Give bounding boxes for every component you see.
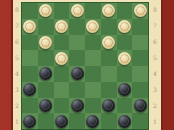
black-piece-g1[interactable] — [118, 115, 131, 128]
black-piece-g3[interactable] — [118, 83, 131, 96]
square-h6[interactable] — [132, 35, 148, 51]
rank-label: 1 — [13, 114, 21, 130]
black-piece-a1[interactable] — [23, 115, 36, 128]
square-e4[interactable] — [85, 66, 101, 82]
square-e8[interactable] — [85, 3, 101, 19]
square-e6[interactable] — [85, 35, 101, 51]
square-a8[interactable] — [22, 3, 38, 19]
square-b1[interactable] — [38, 113, 54, 129]
rank-label: 3 — [13, 82, 21, 98]
black-piece-c1[interactable] — [55, 115, 68, 128]
white-piece-c7[interactable] — [55, 20, 68, 33]
square-c7[interactable] — [54, 19, 70, 35]
rank-label: 8 — [13, 2, 21, 18]
square-a7[interactable] — [22, 19, 38, 35]
square-g5[interactable] — [117, 50, 133, 66]
checkers-board[interactable] — [21, 2, 149, 130]
square-c1[interactable] — [54, 113, 70, 129]
square-h7[interactable] — [132, 19, 148, 35]
board-frame: 87654321 87654321 — [13, 0, 161, 130]
square-h3[interactable] — [132, 82, 148, 98]
square-d2[interactable] — [69, 98, 85, 114]
square-f3[interactable] — [101, 82, 117, 98]
rank-labels-right: 87654321 — [150, 2, 160, 130]
rank-label: 7 — [150, 18, 160, 34]
square-b5[interactable] — [38, 50, 54, 66]
square-b7[interactable] — [38, 19, 54, 35]
square-e5[interactable] — [85, 50, 101, 66]
square-a4[interactable] — [22, 66, 38, 82]
square-e7[interactable] — [85, 19, 101, 35]
square-a3[interactable] — [22, 82, 38, 98]
square-g1[interactable] — [117, 113, 133, 129]
black-piece-d4[interactable] — [71, 67, 84, 80]
square-g3[interactable] — [117, 82, 133, 98]
square-d5[interactable] — [69, 50, 85, 66]
square-g6[interactable] — [117, 35, 133, 51]
square-e2[interactable] — [85, 98, 101, 114]
white-piece-g7[interactable] — [118, 20, 131, 33]
square-b3[interactable] — [38, 82, 54, 98]
square-f5[interactable] — [101, 50, 117, 66]
rank-label: 8 — [150, 2, 160, 18]
square-b6[interactable] — [38, 35, 54, 51]
square-h8[interactable] — [132, 3, 148, 19]
rank-label: 7 — [13, 18, 21, 34]
square-a2[interactable] — [22, 98, 38, 114]
black-piece-e1[interactable] — [86, 115, 99, 128]
rank-label: 5 — [13, 50, 21, 66]
black-piece-f2[interactable] — [102, 99, 115, 112]
square-d3[interactable] — [69, 82, 85, 98]
black-piece-b2[interactable] — [39, 99, 52, 112]
square-f7[interactable] — [101, 19, 117, 35]
rank-labels-left: 87654321 — [13, 2, 21, 130]
square-h4[interactable] — [132, 66, 148, 82]
black-piece-h2[interactable] — [134, 99, 147, 112]
rank-label: 5 — [150, 50, 160, 66]
square-b2[interactable] — [38, 98, 54, 114]
square-h1[interactable] — [132, 113, 148, 129]
rank-label: 6 — [13, 34, 21, 50]
rank-label: 3 — [150, 82, 160, 98]
square-b8[interactable] — [38, 3, 54, 19]
black-piece-a3[interactable] — [23, 83, 36, 96]
square-c6[interactable] — [54, 35, 70, 51]
square-e1[interactable] — [85, 113, 101, 129]
square-c3[interactable] — [54, 82, 70, 98]
square-d8[interactable] — [69, 3, 85, 19]
square-d7[interactable] — [69, 19, 85, 35]
square-c8[interactable] — [54, 3, 70, 19]
white-piece-f6[interactable] — [102, 36, 115, 49]
square-a5[interactable] — [22, 50, 38, 66]
rank-label: 2 — [13, 98, 21, 114]
white-piece-b6[interactable] — [39, 36, 52, 49]
black-piece-b4[interactable] — [39, 67, 52, 80]
square-g4[interactable] — [117, 66, 133, 82]
square-f6[interactable] — [101, 35, 117, 51]
square-d1[interactable] — [69, 113, 85, 129]
rank-label: 1 — [150, 114, 160, 130]
square-f4[interactable] — [101, 66, 117, 82]
rank-label: 2 — [150, 98, 160, 114]
table-background: 87654321 87654321 — [0, 0, 174, 130]
white-piece-b8[interactable] — [39, 4, 52, 17]
rank-label: 6 — [150, 34, 160, 50]
white-piece-h8[interactable] — [134, 4, 147, 17]
square-f2[interactable] — [101, 98, 117, 114]
square-f1[interactable] — [101, 113, 117, 129]
square-c2[interactable] — [54, 98, 70, 114]
square-d6[interactable] — [69, 35, 85, 51]
black-piece-d2[interactable] — [71, 99, 84, 112]
square-c4[interactable] — [54, 66, 70, 82]
rank-label: 4 — [13, 66, 21, 82]
square-c5[interactable] — [54, 50, 70, 66]
square-a1[interactable] — [22, 113, 38, 129]
square-g7[interactable] — [117, 19, 133, 35]
square-d4[interactable] — [69, 66, 85, 82]
square-h2[interactable] — [132, 98, 148, 114]
square-e3[interactable] — [85, 82, 101, 98]
white-piece-a7[interactable] — [23, 20, 36, 33]
square-b4[interactable] — [38, 66, 54, 82]
white-piece-e7[interactable] — [86, 20, 99, 33]
white-piece-d8[interactable] — [71, 4, 84, 17]
square-a6[interactable] — [22, 35, 38, 51]
white-piece-g5[interactable] — [118, 52, 131, 65]
rank-label: 4 — [150, 66, 160, 82]
square-g2[interactable] — [117, 98, 133, 114]
square-g8[interactable] — [117, 3, 133, 19]
white-piece-c5[interactable] — [55, 52, 68, 65]
square-h5[interactable] — [132, 50, 148, 66]
white-piece-f8[interactable] — [102, 4, 115, 17]
square-f8[interactable] — [101, 3, 117, 19]
